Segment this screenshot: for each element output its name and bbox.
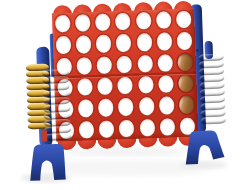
game-unit xyxy=(0,0,250,190)
giant-connect-four-photo xyxy=(0,0,250,190)
frame-feet xyxy=(0,0,250,190)
left-foot xyxy=(29,144,66,181)
leg-label-sticker xyxy=(41,130,47,141)
right-foot xyxy=(185,130,225,164)
